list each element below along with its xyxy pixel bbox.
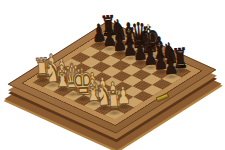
black-pawn-h7[interactable]: ♟: [157, 32, 184, 79]
chess-set-photo: ♜♞♝♛♚♝♞♜♟♟♟♟♟♟♟♟♟♟♟♟♟♟♟♟♜♞♝♛♚♝♞♜: [0, 0, 225, 150]
white-rook-h1[interactable]: ♜: [99, 69, 126, 116]
square-h1[interactable]: ♜: [105, 109, 125, 120]
